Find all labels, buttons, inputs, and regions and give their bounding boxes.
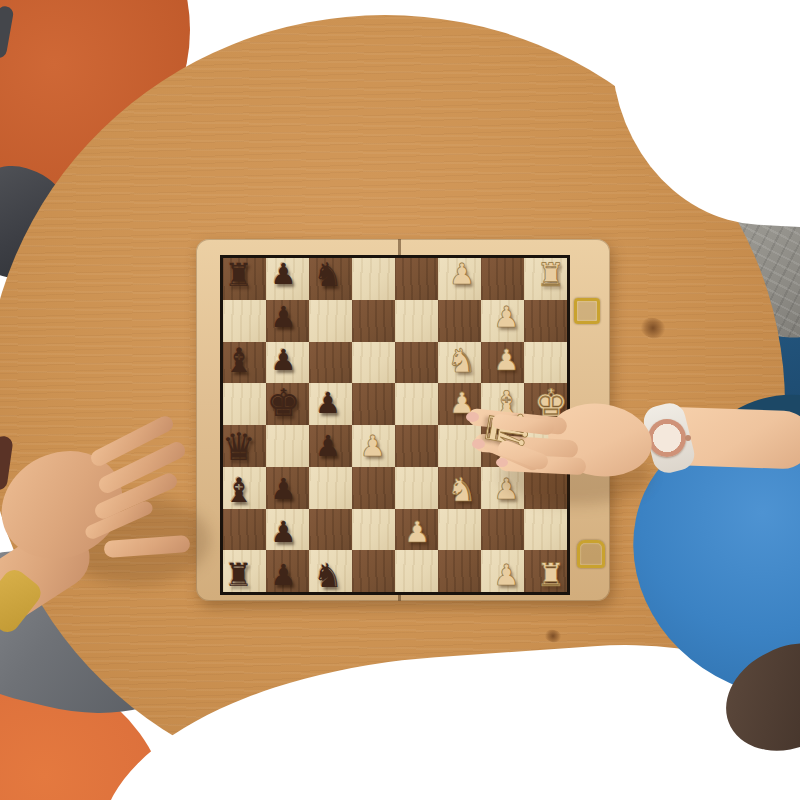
square-f8: ♝ xyxy=(223,342,266,384)
piece-black-P-f7: ♟ xyxy=(271,346,297,375)
piece-black-N-a6: ♞ xyxy=(313,559,343,592)
piece-white-P-a2: ♟ xyxy=(494,561,520,590)
square-c5 xyxy=(352,467,395,509)
square-e5 xyxy=(352,383,395,425)
square-g1 xyxy=(524,300,567,342)
square-g2: ♟ xyxy=(481,300,524,342)
square-c8: ♝ xyxy=(223,467,266,509)
piece-white-N-c3: ♞ xyxy=(447,473,477,506)
fingernail xyxy=(472,439,485,449)
square-c7: ♟ xyxy=(266,467,309,509)
square-c4 xyxy=(395,467,438,509)
square-h7: ♟ xyxy=(266,258,309,300)
piece-white-R-a1: ♜ xyxy=(537,559,566,591)
wristwatch-face xyxy=(648,419,686,457)
piece-black-B-f8: ♝ xyxy=(224,344,254,378)
square-d5: ♟ xyxy=(352,425,395,467)
piece-black-P-g7: ♟ xyxy=(271,303,297,332)
square-a6: ♞ xyxy=(309,550,352,592)
square-h2 xyxy=(481,258,524,300)
square-f2: ♟ xyxy=(481,342,524,384)
square-h5 xyxy=(352,258,395,300)
square-f4 xyxy=(395,342,438,384)
square-h8: ♜ xyxy=(223,258,266,300)
fingernail xyxy=(466,412,479,422)
wristwatch-crown xyxy=(685,435,691,441)
piece-white-R-h1: ♜ xyxy=(537,259,566,291)
square-d4 xyxy=(395,425,438,467)
piece-black-P-a7: ♟ xyxy=(271,561,297,590)
piece-black-P-b7: ♟ xyxy=(271,518,297,547)
square-a7: ♟ xyxy=(266,550,309,592)
square-d6: ♟ xyxy=(309,425,352,467)
piece-black-P-d6: ♟ xyxy=(315,432,341,461)
square-g6 xyxy=(309,300,352,342)
square-h3: ♟ xyxy=(438,258,481,300)
piece-black-P-e6: ♟ xyxy=(315,389,341,418)
piece-black-P-c7: ♟ xyxy=(271,475,297,504)
square-b6 xyxy=(309,509,352,551)
square-h6: ♞ xyxy=(309,258,352,300)
piece-white-P-f2: ♟ xyxy=(494,346,520,375)
square-f7: ♟ xyxy=(266,342,309,384)
square-b2 xyxy=(481,509,524,551)
square-f3: ♞ xyxy=(438,342,481,384)
square-e4 xyxy=(395,383,438,425)
square-b1 xyxy=(524,509,567,551)
square-a5 xyxy=(352,550,395,592)
piece-white-N-f3: ♞ xyxy=(447,344,477,377)
square-g7: ♟ xyxy=(266,300,309,342)
square-a8: ♜ xyxy=(223,550,266,592)
piece-black-Q-d8: ♛ xyxy=(222,427,256,465)
square-g8 xyxy=(223,300,266,342)
square-c3: ♞ xyxy=(438,467,481,509)
square-f5 xyxy=(352,342,395,384)
square-b8 xyxy=(223,509,266,551)
brass-latch-bottom xyxy=(577,540,605,568)
square-f1 xyxy=(524,342,567,384)
fingernail xyxy=(496,458,508,467)
square-b3 xyxy=(438,509,481,551)
piece-black-N-h6: ♞ xyxy=(313,258,343,291)
square-c6 xyxy=(309,467,352,509)
piece-white-P-h3: ♟ xyxy=(449,260,475,289)
piece-white-P-g2: ♟ xyxy=(494,303,520,332)
square-b5 xyxy=(352,509,395,551)
square-e8 xyxy=(223,383,266,425)
piece-white-P-b4: ♟ xyxy=(404,518,430,547)
square-g3 xyxy=(438,300,481,342)
square-e6: ♟ xyxy=(309,383,352,425)
piece-black-K-e7: ♚ xyxy=(266,385,300,423)
square-a3 xyxy=(438,550,481,592)
square-a2: ♟ xyxy=(481,550,524,592)
piece-black-R-a8: ♜ xyxy=(225,559,254,591)
square-a4 xyxy=(395,550,438,592)
square-b7: ♟ xyxy=(266,509,309,551)
piece-black-P-h7: ♟ xyxy=(271,260,297,289)
square-h1: ♜ xyxy=(524,258,567,300)
square-d8: ♛ xyxy=(223,425,266,467)
square-h4 xyxy=(395,258,438,300)
square-d7 xyxy=(266,425,309,467)
piece-black-R-h8: ♜ xyxy=(225,259,254,291)
piece-black-B-c8: ♝ xyxy=(224,472,254,506)
square-g5 xyxy=(352,300,395,342)
piece-white-P-d5: ♟ xyxy=(360,432,386,461)
square-f6 xyxy=(309,342,352,384)
square-a1: ♜ xyxy=(524,550,567,592)
square-e7: ♚ xyxy=(266,383,309,425)
brass-latch-top xyxy=(574,298,600,324)
square-g4 xyxy=(395,300,438,342)
square-b4: ♟ xyxy=(395,509,438,551)
